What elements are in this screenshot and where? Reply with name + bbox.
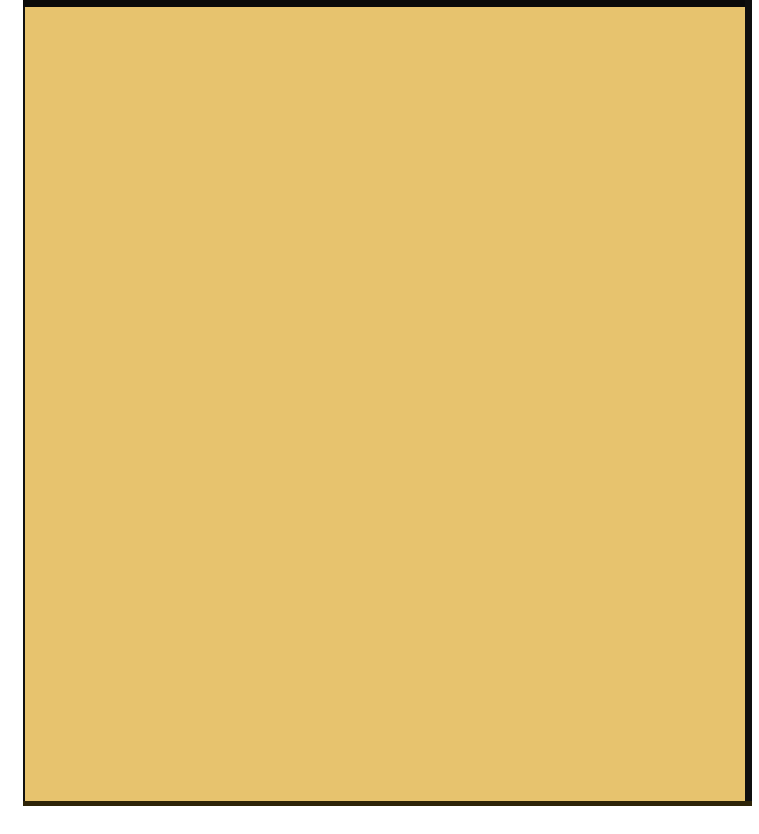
- janggi-board-page: [0, 0, 759, 834]
- pieces-layer: [0, 0, 759, 834]
